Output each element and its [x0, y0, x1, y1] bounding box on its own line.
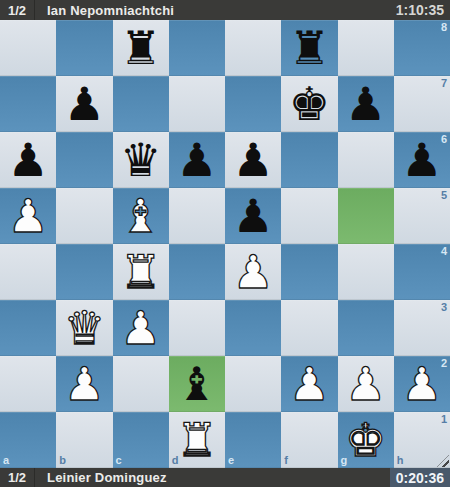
square-c2[interactable]	[113, 356, 169, 412]
chess-app-window: 1/2 Ian Nepomniachtchi 1:10:35 ♜♜8♟♚♟7♟♛…	[0, 0, 450, 487]
square-b7[interactable]: ♟	[56, 76, 112, 132]
square-h2[interactable]: ♟2	[394, 356, 450, 412]
square-c4[interactable]: ♜	[113, 244, 169, 300]
file-label-a: a	[3, 455, 9, 466]
square-b4[interactable]	[56, 244, 112, 300]
rank-label-5: 5	[441, 190, 447, 201]
piece-black-pawn[interactable]: ♟	[8, 132, 49, 188]
piece-white-pawn[interactable]: ♟	[120, 300, 161, 356]
square-g3[interactable]	[338, 300, 394, 356]
square-c7[interactable]	[113, 76, 169, 132]
square-d7[interactable]	[169, 76, 225, 132]
square-f2[interactable]: ♟	[281, 356, 337, 412]
square-b5[interactable]	[56, 188, 112, 244]
square-a3[interactable]	[0, 300, 56, 356]
square-c6[interactable]: ♛	[113, 132, 169, 188]
square-e8[interactable]	[225, 20, 281, 76]
file-label-g: g	[341, 455, 348, 466]
bottom-player-bar: 1/2 Leinier Dominguez 0:20:36	[0, 468, 450, 487]
square-b8[interactable]	[56, 20, 112, 76]
rank-label-2: 2	[441, 358, 447, 369]
square-g2[interactable]: ♟	[338, 356, 394, 412]
square-g5[interactable]	[338, 188, 394, 244]
square-d4[interactable]	[169, 244, 225, 300]
rank-label-4: 4	[441, 246, 447, 257]
rank-label-3: 3	[441, 302, 447, 313]
piece-white-pawn[interactable]: ♟	[289, 356, 330, 412]
square-h5[interactable]: 5	[394, 188, 450, 244]
square-e7[interactable]	[225, 76, 281, 132]
rank-label-8: 8	[441, 22, 447, 33]
square-h7[interactable]: 7	[394, 76, 450, 132]
piece-black-rook[interactable]: ♜	[120, 20, 161, 76]
square-c5[interactable]: ♝	[113, 188, 169, 244]
square-a7[interactable]	[0, 76, 56, 132]
square-d8[interactable]	[169, 20, 225, 76]
square-a2[interactable]	[0, 356, 56, 412]
piece-white-rook[interactable]: ♜	[120, 244, 161, 300]
square-c3[interactable]: ♟	[113, 300, 169, 356]
piece-white-queen[interactable]: ♛	[64, 300, 105, 356]
piece-black-rook[interactable]: ♜	[289, 20, 330, 76]
square-c8[interactable]: ♜	[113, 20, 169, 76]
square-f1[interactable]: f	[281, 412, 337, 468]
piece-black-pawn[interactable]: ♟	[345, 76, 386, 132]
square-b3[interactable]: ♛	[56, 300, 112, 356]
square-g4[interactable]	[338, 244, 394, 300]
piece-white-king[interactable]: ♚	[345, 412, 386, 468]
rank-label-6: 6	[441, 134, 447, 145]
square-h1[interactable]: h1	[394, 412, 450, 468]
square-d1[interactable]: ♜d	[169, 412, 225, 468]
square-g1[interactable]: ♚g	[338, 412, 394, 468]
piece-black-queen[interactable]: ♛	[120, 132, 161, 188]
piece-white-pawn[interactable]: ♟	[345, 356, 386, 412]
square-f8[interactable]: ♜	[281, 20, 337, 76]
piece-black-pawn[interactable]: ♟	[233, 132, 274, 188]
square-d2[interactable]: ♝	[169, 356, 225, 412]
square-b2[interactable]: ♟	[56, 356, 112, 412]
square-h6[interactable]: ♟6	[394, 132, 450, 188]
square-e1[interactable]: e	[225, 412, 281, 468]
top-player-clock: 1:10:35	[390, 0, 450, 20]
piece-black-bishop[interactable]: ♝	[176, 356, 217, 412]
piece-white-pawn[interactable]: ♟	[401, 356, 442, 412]
square-a1[interactable]: a	[0, 412, 56, 468]
square-f3[interactable]	[281, 300, 337, 356]
chess-board: ♜♜8♟♚♟7♟♛♟♟♟6♟♝♟5♜♟4♛♟3♟♝♟♟♟2abc♜def♚gh1	[0, 20, 450, 468]
file-label-b: b	[59, 455, 66, 466]
square-f6[interactable]	[281, 132, 337, 188]
square-h3[interactable]: 3	[394, 300, 450, 356]
top-player-score: 1/2	[0, 0, 34, 20]
square-g7[interactable]: ♟	[338, 76, 394, 132]
piece-black-pawn[interactable]: ♟	[401, 132, 442, 188]
square-b1[interactable]: b	[56, 412, 112, 468]
piece-black-pawn[interactable]: ♟	[64, 76, 105, 132]
square-a5[interactable]: ♟	[0, 188, 56, 244]
square-d6[interactable]: ♟	[169, 132, 225, 188]
square-e2[interactable]	[225, 356, 281, 412]
file-label-e: e	[228, 455, 234, 466]
piece-white-rook[interactable]: ♜	[176, 412, 217, 468]
square-a8[interactable]	[0, 20, 56, 76]
rank-label-1: 1	[441, 414, 447, 425]
bottom-player-name: Leinier Dominguez	[35, 468, 390, 487]
file-label-d: d	[172, 455, 179, 466]
square-h4[interactable]: 4	[394, 244, 450, 300]
square-a6[interactable]: ♟	[0, 132, 56, 188]
square-d3[interactable]	[169, 300, 225, 356]
resize-handle-icon[interactable]	[437, 455, 449, 467]
piece-white-pawn[interactable]: ♟	[8, 188, 49, 244]
square-g6[interactable]	[338, 132, 394, 188]
piece-white-pawn[interactable]: ♟	[233, 244, 274, 300]
square-g8[interactable]	[338, 20, 394, 76]
square-f7[interactable]: ♚	[281, 76, 337, 132]
bottom-player-score: 1/2	[0, 468, 34, 487]
square-h8[interactable]: 8	[394, 20, 450, 76]
file-label-f: f	[284, 455, 288, 466]
piece-black-king[interactable]: ♚	[289, 76, 330, 132]
piece-black-pawn[interactable]: ♟	[233, 188, 274, 244]
square-e5[interactable]: ♟	[225, 188, 281, 244]
square-b6[interactable]	[56, 132, 112, 188]
piece-black-pawn[interactable]: ♟	[176, 132, 217, 188]
square-e6[interactable]: ♟	[225, 132, 281, 188]
square-f4[interactable]	[281, 244, 337, 300]
square-f5[interactable]	[281, 188, 337, 244]
file-label-c: c	[116, 455, 122, 466]
rank-label-7: 7	[441, 78, 447, 89]
square-a4[interactable]	[0, 244, 56, 300]
square-e4[interactable]: ♟	[225, 244, 281, 300]
piece-white-bishop[interactable]: ♝	[120, 188, 161, 244]
square-d5[interactable]	[169, 188, 225, 244]
bottom-player-clock: 0:20:36	[390, 468, 450, 487]
piece-white-pawn[interactable]: ♟	[64, 356, 105, 412]
square-e3[interactable]	[225, 300, 281, 356]
file-label-h: h	[397, 455, 404, 466]
top-player-bar: 1/2 Ian Nepomniachtchi 1:10:35	[0, 0, 450, 20]
top-player-name: Ian Nepomniachtchi	[35, 0, 390, 20]
square-c1[interactable]: c	[113, 412, 169, 468]
